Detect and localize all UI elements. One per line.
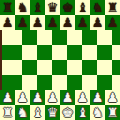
square-f1[interactable]: ♝ — [75, 105, 90, 120]
piece-black-pawn[interactable]: ♟ — [17, 15, 29, 30]
square-d3[interactable] — [45, 75, 60, 90]
square-h7[interactable]: ♟ — [105, 15, 120, 30]
piece-white-rook[interactable]: ♜ — [107, 105, 119, 120]
piece-black-bishop[interactable]: ♝ — [32, 0, 44, 15]
rank-2: ♟♟♟♟♟♟♟♟ — [0, 90, 120, 105]
piece-black-knight[interactable]: ♞ — [17, 0, 29, 15]
square-c4[interactable] — [30, 60, 45, 75]
square-c6[interactable] — [30, 30, 45, 45]
piece-black-pawn[interactable]: ♟ — [47, 15, 59, 30]
square-b6[interactable] — [15, 30, 30, 45]
piece-white-pawn[interactable]: ♟ — [47, 90, 59, 105]
square-d2[interactable]: ♟ — [45, 90, 60, 105]
square-e4[interactable] — [60, 60, 75, 75]
square-d5[interactable] — [45, 45, 60, 60]
piece-black-bishop[interactable]: ♝ — [77, 0, 89, 15]
square-f7[interactable]: ♟ — [75, 15, 90, 30]
square-b7[interactable]: ♟ — [15, 15, 30, 30]
square-a7[interactable]: ♟ — [0, 15, 15, 30]
piece-white-king[interactable]: ♚ — [62, 105, 74, 120]
square-h8[interactable]: ♜ — [105, 0, 120, 15]
square-c1[interactable]: ♝ — [30, 105, 45, 120]
piece-white-queen[interactable]: ♛ — [47, 105, 59, 120]
piece-white-knight[interactable]: ♞ — [17, 105, 29, 120]
piece-black-pawn[interactable]: ♟ — [107, 15, 119, 30]
square-g3[interactable] — [90, 75, 105, 90]
piece-white-pawn[interactable]: ♟ — [2, 90, 14, 105]
square-e7[interactable]: ♟ — [60, 15, 75, 30]
piece-white-pawn[interactable]: ♟ — [107, 90, 119, 105]
square-e6[interactable] — [60, 30, 75, 45]
square-g7[interactable]: ♟ — [90, 15, 105, 30]
piece-white-pawn[interactable]: ♟ — [77, 90, 89, 105]
square-g4[interactable] — [90, 60, 105, 75]
square-h6[interactable] — [105, 30, 120, 45]
square-b1[interactable]: ♞ — [15, 105, 30, 120]
square-a2[interactable]: ♟ — [0, 90, 15, 105]
piece-black-queen[interactable]: ♛ — [47, 0, 59, 15]
square-h3[interactable] — [105, 75, 120, 90]
square-d1[interactable]: ♛ — [45, 105, 60, 120]
square-g1[interactable]: ♞ — [90, 105, 105, 120]
square-e3[interactable] — [60, 75, 75, 90]
square-a3[interactable] — [0, 75, 15, 90]
square-d8[interactable]: ♛ — [45, 0, 60, 15]
square-e1[interactable]: ♚ — [60, 105, 75, 120]
piece-black-pawn[interactable]: ♟ — [92, 15, 104, 30]
square-g5[interactable] — [90, 45, 105, 60]
chess-board: ♜♞♝♛♚♝♞♜♟♟♟♟♟♟♟♟♟♟♟♟♟♟♟♟♜♞♝♛♚♝♞♜ — [0, 0, 120, 120]
square-h5[interactable] — [105, 45, 120, 60]
square-g2[interactable]: ♟ — [90, 90, 105, 105]
square-c3[interactable] — [30, 75, 45, 90]
square-f5[interactable] — [75, 45, 90, 60]
square-b4[interactable] — [15, 60, 30, 75]
square-h2[interactable]: ♟ — [105, 90, 120, 105]
square-a5[interactable] — [0, 45, 15, 60]
square-a1[interactable]: ♜ — [0, 105, 15, 120]
rank-5 — [0, 45, 120, 60]
piece-black-pawn[interactable]: ♟ — [62, 15, 74, 30]
square-f8[interactable]: ♝ — [75, 0, 90, 15]
square-e2[interactable]: ♟ — [60, 90, 75, 105]
piece-white-bishop[interactable]: ♝ — [77, 105, 89, 120]
square-f3[interactable] — [75, 75, 90, 90]
rank-1: ♜♞♝♛♚♝♞♜ — [0, 105, 120, 120]
rank-8: ♜♞♝♛♚♝♞♜ — [0, 0, 120, 15]
square-c8[interactable]: ♝ — [30, 0, 45, 15]
square-e8[interactable]: ♚ — [60, 0, 75, 15]
piece-black-rook[interactable]: ♜ — [107, 0, 119, 15]
square-b5[interactable] — [15, 45, 30, 60]
square-a6[interactable] — [0, 30, 15, 45]
square-f4[interactable] — [75, 60, 90, 75]
square-c7[interactable]: ♟ — [30, 15, 45, 30]
square-b2[interactable]: ♟ — [15, 90, 30, 105]
square-c2[interactable]: ♟ — [30, 90, 45, 105]
square-h1[interactable]: ♜ — [105, 105, 120, 120]
square-g6[interactable] — [90, 30, 105, 45]
square-g8[interactable]: ♞ — [90, 0, 105, 15]
rank-3 — [0, 75, 120, 90]
piece-black-knight[interactable]: ♞ — [92, 0, 104, 15]
rank-7: ♟♟♟♟♟♟♟♟ — [0, 15, 120, 30]
square-h4[interactable] — [105, 60, 120, 75]
square-d7[interactable]: ♟ — [45, 15, 60, 30]
piece-white-pawn[interactable]: ♟ — [92, 90, 104, 105]
piece-black-king[interactable]: ♚ — [62, 0, 74, 15]
piece-white-bishop[interactable]: ♝ — [32, 105, 44, 120]
piece-white-pawn[interactable]: ♟ — [62, 90, 74, 105]
piece-white-rook[interactable]: ♜ — [2, 105, 14, 120]
rank-6 — [0, 30, 120, 45]
square-d6[interactable] — [45, 30, 60, 45]
square-b8[interactable]: ♞ — [15, 0, 30, 15]
rank-4 — [0, 60, 120, 75]
square-f2[interactable]: ♟ — [75, 90, 90, 105]
square-b3[interactable] — [15, 75, 30, 90]
square-a4[interactable] — [0, 60, 15, 75]
square-a8[interactable]: ♜ — [0, 0, 15, 15]
square-c5[interactable] — [30, 45, 45, 60]
piece-white-pawn[interactable]: ♟ — [17, 90, 29, 105]
square-e5[interactable] — [60, 45, 75, 60]
square-f6[interactable] — [75, 30, 90, 45]
piece-black-rook[interactable]: ♜ — [2, 0, 14, 15]
piece-white-knight[interactable]: ♞ — [92, 105, 104, 120]
square-d4[interactable] — [45, 60, 60, 75]
piece-black-pawn[interactable]: ♟ — [32, 15, 44, 30]
piece-black-pawn[interactable]: ♟ — [2, 15, 14, 30]
piece-black-pawn[interactable]: ♟ — [77, 15, 89, 30]
piece-white-pawn[interactable]: ♟ — [32, 90, 44, 105]
